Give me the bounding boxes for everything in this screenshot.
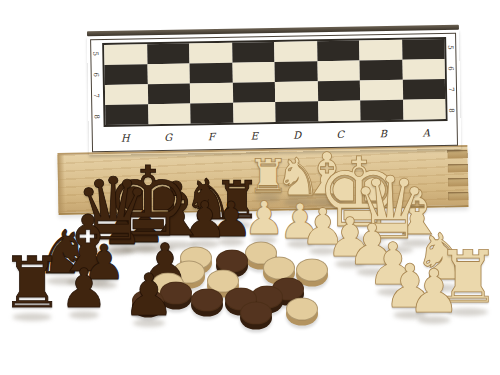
rank-label-6: 6 — [86, 69, 107, 80]
square-a8 — [403, 99, 446, 120]
piece-light-pawn: ♟ — [407, 261, 461, 321]
square-b7 — [360, 80, 403, 101]
square-g7 — [147, 83, 190, 104]
square-g5 — [147, 43, 190, 64]
rank-labels-right: 5678 — [445, 37, 457, 121]
square-a6 — [402, 59, 445, 80]
square-f8 — [190, 103, 233, 124]
square-e7 — [232, 82, 275, 103]
piece-dark-rook: ♜ — [1, 248, 64, 318]
checker-disc-light — [263, 257, 295, 280]
rank-label-6: 6 — [441, 63, 462, 74]
square-f7 — [190, 83, 233, 104]
piece-dark-pawn: ♟ — [60, 262, 108, 316]
board-grid — [102, 37, 447, 127]
box-finger-joints — [445, 147, 468, 205]
square-b8 — [360, 100, 403, 121]
square-a5 — [402, 39, 445, 60]
finger-joint-tab — [448, 164, 468, 172]
square-c8 — [318, 100, 361, 121]
rank-label-8: 8 — [441, 105, 462, 116]
square-d8 — [275, 101, 318, 122]
square-f5 — [189, 43, 232, 64]
square-g8 — [148, 103, 191, 124]
finger-joint-tab — [447, 150, 467, 158]
square-e6 — [232, 62, 275, 83]
square-b5 — [359, 40, 402, 61]
square-d6 — [275, 61, 318, 82]
file-label-a: A — [405, 126, 448, 138]
board-frame: HGFEDCBA 5678 5678 — [87, 30, 461, 155]
file-label-e: E — [233, 129, 276, 141]
square-d7 — [275, 81, 318, 102]
square-h6 — [105, 64, 148, 85]
checker-disc-dark — [240, 302, 272, 325]
checker-disc-dark — [191, 289, 223, 312]
checker-disc-light — [286, 298, 318, 321]
square-h8 — [105, 104, 148, 125]
rank-labels-left: 5678 — [90, 43, 102, 127]
checker-disc-light — [296, 259, 328, 282]
rank-label-7: 7 — [86, 90, 107, 101]
file-label-f: F — [190, 130, 233, 142]
rank-label-8: 8 — [86, 111, 107, 122]
rank-label-5: 5 — [85, 48, 106, 59]
square-g6 — [147, 63, 190, 84]
chessboard: HGFEDCBA 5678 5678 — [87, 25, 461, 155]
square-h5 — [104, 44, 147, 65]
square-f6 — [190, 63, 233, 84]
file-label-g: G — [147, 131, 190, 143]
rank-label-7: 7 — [441, 84, 462, 95]
finger-joint-tab — [448, 178, 468, 186]
rank-label-5: 5 — [440, 42, 461, 53]
square-c7 — [317, 81, 360, 102]
square-e8 — [233, 102, 276, 123]
square-a7 — [402, 79, 445, 100]
piece-dark-pawn: ♟ — [123, 266, 175, 324]
file-label-d: D — [276, 129, 319, 141]
square-e5 — [232, 42, 275, 63]
square-d5 — [274, 41, 317, 62]
finger-joint-tab — [448, 192, 468, 200]
scene: HGFEDCBA 5678 5678 ♜♞♝♟♟♛♟♚♟♟♟♝♟♞♟♜ ♜♞♝♟… — [0, 0, 500, 375]
square-b6 — [359, 60, 402, 81]
square-c5 — [317, 41, 360, 62]
square-h7 — [105, 84, 148, 105]
file-label-h: H — [104, 132, 147, 144]
square-c6 — [317, 61, 360, 82]
